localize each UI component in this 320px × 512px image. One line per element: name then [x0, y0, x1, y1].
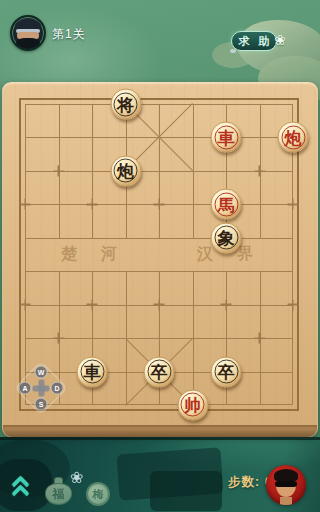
piece-character: 将: [117, 96, 134, 113]
piece-red-general[interactable]: 帅: [177, 389, 208, 420]
piece-black-cannon[interactable]: 炮: [110, 155, 141, 186]
board-cell[interactable]: [126, 238, 160, 271]
river-label-chu: 楚 河: [61, 244, 127, 265]
board-cell[interactable]: [25, 238, 59, 271]
piece-character: 車: [84, 364, 101, 381]
board-cell[interactable]: [159, 238, 193, 271]
sunken-ruin: [150, 471, 222, 511]
flower-icon: ❀: [274, 32, 286, 48]
piece-character: 馬: [218, 196, 235, 213]
piece-black-general[interactable]: 将: [110, 89, 141, 120]
position-marker: [154, 199, 165, 210]
position-marker: [20, 299, 31, 310]
position-marker: [53, 165, 64, 176]
position-marker: [254, 333, 265, 344]
money-bag-decoration: 福: [45, 477, 72, 505]
game-screen: 第1关 求 助 ❀ 楚 河 汉 界 将車炮炮馬象車卒卒帅 W A D S 福: [0, 0, 320, 512]
avatar-mask: [16, 38, 40, 50]
piece-black-soldier[interactable]: 卒: [144, 356, 175, 387]
level-label: 第1关: [52, 26, 86, 43]
position-marker: [288, 299, 299, 310]
piece-character: 帅: [184, 397, 201, 414]
piece-black-chariot[interactable]: 車: [77, 356, 108, 387]
position-marker: [87, 299, 98, 310]
flower-icon: ❀: [70, 468, 83, 487]
collapse-button[interactable]: [11, 478, 33, 500]
position-marker: [288, 199, 299, 210]
piece-character: 象: [218, 230, 235, 247]
sunglasses-icon: [275, 481, 297, 487]
board-cell[interactable]: [59, 104, 93, 137]
bag-character: 福: [53, 486, 65, 503]
piece-black-soldier[interactable]: 卒: [211, 356, 242, 387]
opponent-avatar: [266, 465, 306, 505]
dpad-control[interactable]: W A D S: [13, 360, 69, 416]
dpad-down-button[interactable]: S: [35, 398, 48, 411]
dpad-left-button[interactable]: A: [19, 382, 32, 395]
piece-character: 車: [218, 129, 235, 146]
board-edge: [3, 425, 317, 437]
board-cell[interactable]: [260, 238, 294, 271]
avatar-neck: [280, 497, 292, 505]
piece-red-horse[interactable]: 馬: [211, 189, 242, 220]
board-cell[interactable]: [260, 372, 294, 405]
coin-character: 梅: [93, 487, 104, 502]
dpad-up-button[interactable]: W: [35, 366, 48, 379]
dpad-center[interactable]: [33, 380, 50, 397]
piece-red-cannon[interactable]: 炮: [278, 122, 309, 153]
position-marker: [221, 299, 232, 310]
piece-black-elephant[interactable]: 象: [211, 222, 242, 253]
piece-character: 卒: [151, 364, 168, 381]
position-marker: [53, 333, 64, 344]
steps-label: 步数:: [228, 475, 260, 489]
dpad-right-button[interactable]: D: [51, 382, 64, 395]
position-marker: [87, 199, 98, 210]
player-avatar: [10, 15, 46, 51]
piece-character: 卒: [218, 364, 235, 381]
piece-character: 炮: [285, 129, 302, 146]
position-marker: [154, 299, 165, 310]
coin-decoration: 梅: [86, 482, 110, 506]
piece-character: 炮: [117, 163, 134, 180]
position-marker: [254, 165, 265, 176]
board-cell[interactable]: [25, 104, 59, 137]
piece-red-chariot[interactable]: 車: [211, 122, 242, 153]
position-marker: [20, 199, 31, 210]
help-button[interactable]: 求 助: [231, 31, 277, 51]
